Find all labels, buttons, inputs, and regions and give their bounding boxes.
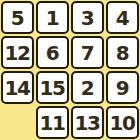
tile-4[interactable]: 4 (106, 1, 139, 34)
tile-9[interactable]: 9 (106, 71, 139, 104)
tile-7[interactable]: 7 (71, 36, 104, 69)
tile-8[interactable]: 8 (106, 36, 139, 69)
tile-5[interactable]: 5 (1, 1, 34, 34)
tile-13[interactable]: 13 (71, 106, 104, 139)
tile-6[interactable]: 6 (36, 36, 69, 69)
tile-2[interactable]: 2 (71, 71, 104, 104)
empty-cell (1, 106, 34, 139)
tile-15[interactable]: 15 (36, 71, 69, 104)
tile-1[interactable]: 1 (36, 1, 69, 34)
tile-14[interactable]: 14 (1, 71, 34, 104)
tile-12[interactable]: 12 (1, 36, 34, 69)
tile-10[interactable]: 10 (106, 106, 139, 139)
tile-11[interactable]: 11 (36, 106, 69, 139)
tile-3[interactable]: 3 (71, 1, 104, 34)
puzzle-board: 513412678141529111310 (0, 0, 140, 140)
